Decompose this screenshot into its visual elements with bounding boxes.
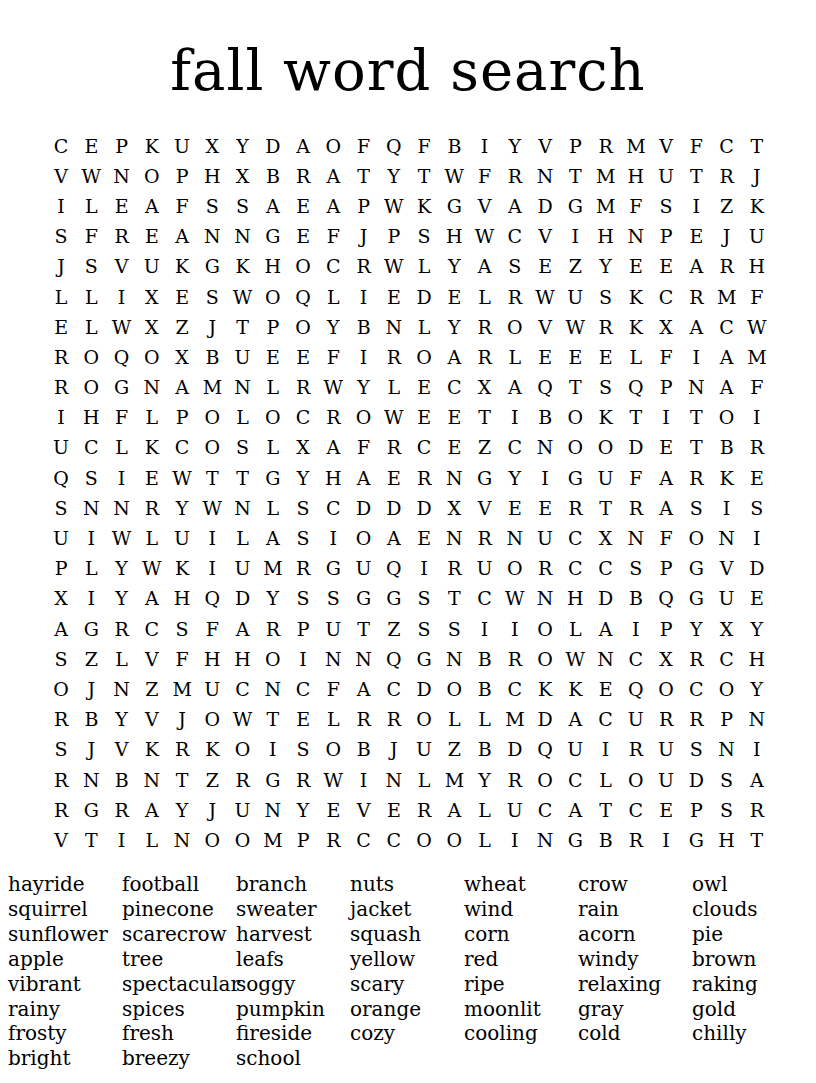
- grid-cell: G: [409, 644, 439, 674]
- grid-cell: Z: [137, 674, 167, 704]
- grid-cell: Y: [742, 674, 772, 704]
- grid-cell: T: [349, 614, 379, 644]
- grid-cell: I: [500, 825, 530, 855]
- grid-cell: G: [470, 463, 500, 493]
- grid-cell: L: [76, 312, 106, 342]
- grid-cell: F: [349, 131, 379, 161]
- grid-cell: V: [46, 161, 76, 191]
- grid-cell: N: [379, 765, 409, 795]
- grid-cell: R: [712, 252, 742, 282]
- grid-cell: P: [651, 222, 681, 252]
- grid-cell: C: [591, 554, 621, 584]
- grid-cell: L: [409, 765, 439, 795]
- grid-cell: L: [470, 705, 500, 735]
- grid-cell: M: [439, 765, 469, 795]
- grid-cell: U: [228, 795, 258, 825]
- word-item: yellow: [350, 947, 464, 972]
- grid-cell: Y: [470, 765, 500, 795]
- word-item: harvest: [236, 922, 350, 947]
- grid-cell: O: [228, 825, 258, 855]
- grid-cell: X: [137, 282, 167, 312]
- grid-cell: R: [500, 282, 530, 312]
- grid-cell: I: [712, 493, 742, 523]
- grid-cell: R: [46, 765, 76, 795]
- grid-cell: O: [197, 403, 227, 433]
- grid-cell: X: [651, 312, 681, 342]
- grid-cell: P: [46, 554, 76, 584]
- grid-cell: L: [560, 614, 590, 644]
- word-list-column: owlcloudspiebrownrakinggoldchilly: [692, 872, 806, 1071]
- grid-cell: L: [107, 644, 137, 674]
- grid-cell: S: [288, 584, 318, 614]
- grid-cell: P: [712, 705, 742, 735]
- word-item: cold: [578, 1021, 692, 1046]
- grid-cell: S: [500, 252, 530, 282]
- grid-cell: L: [137, 523, 167, 553]
- grid-cell: K: [197, 735, 227, 765]
- word-list: hayridesquirrelsunflowerapplevibrantrain…: [8, 872, 806, 1071]
- grid-cell: V: [530, 222, 560, 252]
- grid-cell: G: [560, 191, 590, 221]
- word-item: orange: [350, 997, 464, 1022]
- grid-cell: U: [651, 161, 681, 191]
- grid-cell: L: [409, 252, 439, 282]
- grid-cell: B: [439, 131, 469, 161]
- grid-cell: R: [742, 433, 772, 463]
- grid-cell: S: [46, 644, 76, 674]
- grid-cell: E: [379, 795, 409, 825]
- grid-cell: I: [742, 403, 772, 433]
- grid-cell: J: [167, 705, 197, 735]
- word-item: chilly: [692, 1021, 806, 1046]
- grid-cell: M: [500, 705, 530, 735]
- grid-cell: H: [76, 403, 106, 433]
- grid-cell: O: [409, 705, 439, 735]
- grid-cell: I: [560, 222, 590, 252]
- grid-cell: O: [500, 554, 530, 584]
- grid-cell: L: [379, 373, 409, 403]
- grid-cell: Y: [500, 131, 530, 161]
- grid-cell: W: [137, 554, 167, 584]
- grid-cell: Y: [167, 795, 197, 825]
- grid-cell: R: [591, 131, 621, 161]
- grid-cell: R: [500, 644, 530, 674]
- grid-cell: K: [228, 252, 258, 282]
- grid-cell: O: [349, 523, 379, 553]
- grid-cell: A: [742, 765, 772, 795]
- grid-cell: A: [349, 674, 379, 704]
- grid-cell: S: [712, 795, 742, 825]
- word-item: squash: [350, 922, 464, 947]
- grid-cell: I: [349, 282, 379, 312]
- grid-cell: V: [137, 644, 167, 674]
- grid-cell: R: [439, 554, 469, 584]
- grid-cell: P: [167, 403, 197, 433]
- grid-cell: L: [500, 342, 530, 372]
- word-item: leafs: [236, 947, 350, 972]
- grid-cell: R: [318, 825, 348, 855]
- grid-cell: A: [500, 191, 530, 221]
- grid-cell: R: [651, 705, 681, 735]
- grid-cell: I: [742, 735, 772, 765]
- grid-cell: W: [379, 252, 409, 282]
- grid-cell: O: [560, 403, 590, 433]
- grid-cell: T: [742, 131, 772, 161]
- grid-cell: U: [318, 614, 348, 644]
- grid-cell: O: [197, 433, 227, 463]
- grid-cell: P: [681, 795, 711, 825]
- grid-cell: P: [107, 131, 137, 161]
- grid-cell: T: [560, 373, 590, 403]
- grid-cell: L: [318, 705, 348, 735]
- grid-cell: L: [76, 554, 106, 584]
- grid-cell: I: [681, 342, 711, 372]
- grid-cell: D: [409, 493, 439, 523]
- grid-cell: I: [591, 735, 621, 765]
- grid-cell: F: [349, 433, 379, 463]
- grid-cell: T: [228, 312, 258, 342]
- grid-cell: K: [621, 282, 651, 312]
- grid-cell: R: [681, 705, 711, 735]
- grid-cell: U: [46, 523, 76, 553]
- grid-cell: U: [651, 765, 681, 795]
- grid-cell: U: [500, 795, 530, 825]
- grid-cell: H: [439, 222, 469, 252]
- grid-cell: O: [197, 705, 227, 735]
- grid-cell: S: [288, 493, 318, 523]
- grid-cell: R: [621, 735, 651, 765]
- grid-cell: I: [409, 554, 439, 584]
- grid-cell: S: [591, 282, 621, 312]
- grid-cell: J: [379, 735, 409, 765]
- grid-cell: R: [560, 493, 590, 523]
- grid-cell: W: [560, 312, 590, 342]
- grid-cell: H: [742, 644, 772, 674]
- grid-cell: I: [681, 191, 711, 221]
- grid-cell: A: [651, 493, 681, 523]
- grid-cell: B: [470, 644, 500, 674]
- grid-cell: D: [409, 674, 439, 704]
- grid-cell: S: [228, 433, 258, 463]
- grid-cell: Q: [288, 282, 318, 312]
- grid-cell: M: [591, 191, 621, 221]
- grid-cell: B: [470, 674, 500, 704]
- grid-cell: I: [46, 191, 76, 221]
- grid-cell: J: [712, 222, 742, 252]
- grid-cell: L: [228, 523, 258, 553]
- word-item: owl: [692, 872, 806, 897]
- word-item: breezy: [122, 1046, 236, 1071]
- grid-cell: E: [409, 523, 439, 553]
- grid-cell: F: [651, 523, 681, 553]
- word-item: moonlit: [464, 997, 578, 1022]
- grid-cell: W: [560, 644, 590, 674]
- grid-cell: O: [228, 735, 258, 765]
- grid-cell: F: [197, 614, 227, 644]
- grid-cell: D: [530, 705, 560, 735]
- word-list-column: branchsweaterharvestleafssoggypumpkinfir…: [236, 872, 350, 1071]
- grid-cell: P: [288, 614, 318, 644]
- grid-cell: C: [500, 222, 530, 252]
- grid-cell: C: [681, 674, 711, 704]
- grid-cell: T: [681, 403, 711, 433]
- grid-cell: Y: [288, 463, 318, 493]
- word-item: raking: [692, 972, 806, 997]
- grid-cell: C: [167, 433, 197, 463]
- grid-cell: S: [197, 282, 227, 312]
- grid-cell: T: [228, 463, 258, 493]
- grid-cell: G: [258, 222, 288, 252]
- grid-cell: I: [651, 403, 681, 433]
- grid-cell: S: [409, 614, 439, 644]
- grid-cell: O: [651, 674, 681, 704]
- grid-cell: O: [318, 735, 348, 765]
- grid-cell: O: [621, 765, 651, 795]
- grid-cell: A: [258, 191, 288, 221]
- grid-cell: G: [560, 825, 590, 855]
- grid-cell: P: [651, 373, 681, 403]
- grid-cell: T: [409, 161, 439, 191]
- word-item: relaxing: [578, 972, 692, 997]
- grid-cell: C: [288, 403, 318, 433]
- grid-cell: W: [470, 222, 500, 252]
- grid-cell: O: [591, 433, 621, 463]
- grid-cell: N: [228, 222, 258, 252]
- grid-cell: V: [712, 554, 742, 584]
- grid-cell: B: [591, 825, 621, 855]
- grid-cell: C: [500, 674, 530, 704]
- grid-cell: R: [470, 523, 500, 553]
- grid-cell: R: [530, 554, 560, 584]
- grid-cell: E: [288, 222, 318, 252]
- grid-cell: L: [470, 282, 500, 312]
- grid-cell: W: [318, 373, 348, 403]
- grid-cell: A: [470, 252, 500, 282]
- grid-cell: C: [409, 433, 439, 463]
- grid-cell: N: [137, 373, 167, 403]
- grid-cell: S: [439, 614, 469, 644]
- grid-cell: A: [560, 705, 590, 735]
- grid-cell: Z: [439, 735, 469, 765]
- letter-grid: CEPKUXYDAOFQFBIYVPRMVFCTVWNOPHXBRATYTWFR…: [46, 131, 772, 856]
- grid-cell: W: [197, 493, 227, 523]
- grid-cell: D: [742, 554, 772, 584]
- grid-cell: C: [591, 705, 621, 735]
- grid-cell: W: [379, 403, 409, 433]
- grid-cell: F: [167, 191, 197, 221]
- grid-cell: B: [349, 735, 379, 765]
- grid-cell: H: [712, 825, 742, 855]
- grid-cell: I: [197, 523, 227, 553]
- grid-cell: M: [167, 674, 197, 704]
- grid-cell: N: [76, 493, 106, 523]
- grid-cell: X: [137, 312, 167, 342]
- grid-cell: Z: [197, 765, 227, 795]
- grid-cell: Y: [681, 614, 711, 644]
- grid-cell: W: [107, 523, 137, 553]
- grid-cell: F: [651, 342, 681, 372]
- grid-cell: K: [167, 554, 197, 584]
- grid-cell: A: [318, 161, 348, 191]
- grid-cell: G: [318, 554, 348, 584]
- grid-cell: F: [318, 342, 348, 372]
- grid-cell: O: [439, 674, 469, 704]
- grid-cell: S: [46, 493, 76, 523]
- grid-cell: M: [712, 282, 742, 312]
- grid-cell: G: [258, 765, 288, 795]
- grid-cell: R: [318, 403, 348, 433]
- grid-cell: L: [258, 493, 288, 523]
- grid-cell: I: [470, 131, 500, 161]
- grid-cell: N: [107, 161, 137, 191]
- grid-cell: C: [288, 674, 318, 704]
- grid-cell: V: [349, 795, 379, 825]
- grid-cell: S: [288, 523, 318, 553]
- grid-cell: X: [288, 433, 318, 463]
- grid-cell: E: [288, 342, 318, 372]
- grid-cell: X: [712, 614, 742, 644]
- word-item: brown: [692, 947, 806, 972]
- grid-cell: R: [409, 795, 439, 825]
- grid-cell: A: [288, 131, 318, 161]
- word-search-page: fall word search CEPKUXYDAOFQFBIYVPRMVFC…: [0, 0, 816, 1083]
- grid-cell: D: [621, 433, 651, 463]
- grid-cell: O: [76, 342, 106, 372]
- grid-cell: C: [530, 795, 560, 825]
- grid-cell: N: [228, 373, 258, 403]
- grid-cell: Y: [107, 554, 137, 584]
- grid-cell: B: [470, 735, 500, 765]
- grid-cell: U: [742, 222, 772, 252]
- word-item: soggy: [236, 972, 350, 997]
- word-item: football: [122, 872, 236, 897]
- grid-cell: E: [651, 433, 681, 463]
- grid-cell: U: [470, 554, 500, 584]
- grid-cell: E: [530, 493, 560, 523]
- grid-cell: V: [107, 252, 137, 282]
- word-item: sunflower: [8, 922, 122, 947]
- word-item: rain: [578, 897, 692, 922]
- grid-cell: G: [560, 463, 590, 493]
- word-item: cooling: [464, 1021, 578, 1046]
- grid-cell: G: [76, 614, 106, 644]
- grid-cell: W: [76, 161, 106, 191]
- grid-cell: U: [712, 584, 742, 614]
- grid-cell: B: [712, 433, 742, 463]
- grid-cell: J: [197, 312, 227, 342]
- word-list-column: wheatwindcornredripemoonlitcooling: [464, 872, 578, 1071]
- grid-cell: I: [470, 614, 500, 644]
- grid-cell: C: [621, 644, 651, 674]
- grid-cell: P: [258, 312, 288, 342]
- grid-cell: D: [349, 493, 379, 523]
- grid-cell: C: [318, 493, 348, 523]
- grid-cell: S: [681, 493, 711, 523]
- grid-cell: L: [470, 825, 500, 855]
- grid-cell: D: [530, 191, 560, 221]
- grid-cell: I: [46, 403, 76, 433]
- grid-cell: L: [621, 342, 651, 372]
- grid-cell: N: [197, 222, 227, 252]
- grid-cell: M: [197, 373, 227, 403]
- grid-cell: Z: [76, 644, 106, 674]
- grid-cell: E: [379, 282, 409, 312]
- grid-cell: L: [46, 282, 76, 312]
- grid-cell: A: [681, 312, 711, 342]
- grid-cell: O: [137, 161, 167, 191]
- grid-cell: U: [228, 554, 258, 584]
- grid-cell: O: [681, 523, 711, 553]
- grid-cell: K: [530, 674, 560, 704]
- grid-cell: Y: [349, 373, 379, 403]
- grid-cell: A: [137, 191, 167, 221]
- grid-cell: B: [76, 705, 106, 735]
- grid-cell: A: [712, 342, 742, 372]
- grid-cell: N: [681, 373, 711, 403]
- grid-cell: E: [651, 252, 681, 282]
- grid-cell: F: [107, 403, 137, 433]
- grid-cell: M: [258, 554, 288, 584]
- grid-cell: T: [621, 403, 651, 433]
- grid-cell: M: [742, 342, 772, 372]
- grid-cell: R: [500, 161, 530, 191]
- word-item: rainy: [8, 997, 122, 1022]
- grid-cell: C: [500, 433, 530, 463]
- grid-cell: V: [107, 735, 137, 765]
- grid-cell: B: [621, 584, 651, 614]
- word-item: scarecrow: [122, 922, 236, 947]
- grid-cell: R: [167, 735, 197, 765]
- grid-cell: R: [288, 161, 318, 191]
- grid-cell: H: [258, 252, 288, 282]
- grid-cell: A: [349, 463, 379, 493]
- grid-cell: Q: [530, 735, 560, 765]
- grid-cell: H: [742, 252, 772, 282]
- grid-cell: R: [228, 765, 258, 795]
- grid-cell: A: [318, 433, 348, 463]
- grid-cell: K: [409, 191, 439, 221]
- grid-cell: V: [470, 191, 500, 221]
- word-item: crow: [578, 872, 692, 897]
- grid-cell: X: [197, 131, 227, 161]
- grid-cell: A: [137, 795, 167, 825]
- grid-cell: C: [712, 644, 742, 674]
- grid-cell: I: [318, 523, 348, 553]
- grid-cell: A: [560, 795, 590, 825]
- grid-cell: X: [46, 584, 76, 614]
- grid-cell: H: [228, 644, 258, 674]
- word-item: nuts: [350, 872, 464, 897]
- grid-cell: O: [530, 614, 560, 644]
- grid-cell: T: [349, 161, 379, 191]
- grid-cell: U: [621, 705, 651, 735]
- grid-cell: K: [137, 433, 167, 463]
- grid-cell: O: [349, 403, 379, 433]
- grid-cell: F: [742, 282, 772, 312]
- grid-cell: F: [470, 161, 500, 191]
- grid-cell: N: [107, 493, 137, 523]
- grid-cell: X: [591, 523, 621, 553]
- grid-cell: A: [651, 463, 681, 493]
- grid-cell: A: [167, 222, 197, 252]
- grid-cell: C: [621, 795, 651, 825]
- grid-cell: C: [439, 373, 469, 403]
- grid-cell: R: [288, 373, 318, 403]
- grid-cell: N: [530, 584, 560, 614]
- grid-cell: I: [258, 735, 288, 765]
- grid-cell: K: [621, 312, 651, 342]
- grid-cell: O: [530, 765, 560, 795]
